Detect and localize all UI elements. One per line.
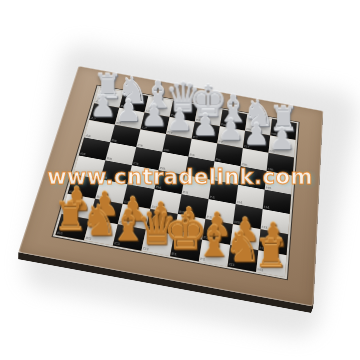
square-d6[interactable]: D6 — [162, 134, 191, 156]
piece-silver-pawn-a7[interactable]: ♟ — [89, 91, 116, 121]
square-label: G8 — [246, 128, 252, 131]
piece-silver-bishop-f8[interactable]: ♝ — [216, 89, 250, 127]
piece-silver-queen-d8[interactable]: ♛ — [164, 77, 200, 118]
square-label: A7 — [90, 117, 96, 120]
square-c6[interactable]: C6 — [136, 129, 166, 151]
square-label: F7 — [218, 140, 223, 143]
square-h7[interactable]: H7♟ — [268, 135, 295, 157]
square-label: E8 — [196, 119, 201, 122]
square-d4[interactable]: D4 — [154, 170, 185, 194]
square-c5[interactable]: C5 — [132, 147, 162, 170]
piece-gold-rook-h1[interactable]: ♜ — [253, 234, 288, 273]
square-f6[interactable]: F6 — [214, 143, 242, 166]
board-frame: A8♜B8♞C8♝D8♛E8♚F8♝G8♞H8♜A7♟B7♟C7♟D7♟E7♟F… — [18, 66, 323, 306]
piece-silver-pawn-d7[interactable]: ♟ — [166, 105, 193, 135]
square-label: D8 — [171, 114, 177, 117]
board-grid: A8♜B8♞C8♝D8♛E8♚F8♝G8♞H8♜A7♟B7♟C7♟D7♟E7♟F… — [53, 85, 299, 279]
square-label: B7 — [116, 122, 122, 125]
square-g5[interactable]: G5 — [238, 166, 266, 189]
piece-silver-pawn-f7[interactable]: ♟ — [217, 115, 244, 145]
square-g7[interactable]: G7♟ — [243, 131, 270, 153]
square-b8[interactable]: B8♞ — [119, 91, 148, 112]
square-b5[interactable]: B5 — [105, 142, 136, 165]
square-label: G7 — [244, 145, 250, 149]
square-g6[interactable]: G6 — [241, 148, 269, 171]
piece-silver-rook-a8[interactable]: ♜ — [92, 70, 123, 104]
square-label: B8 — [120, 105, 126, 108]
square-a6[interactable]: A6 — [84, 120, 115, 142]
chess-board: A8♜B8♞C8♝D8♛E8♚F8♝G8♞H8♜A7♟B7♟C7♟D7♟E7♟F… — [18, 66, 323, 306]
square-label: D7 — [167, 131, 173, 135]
square-f8[interactable]: F8♝ — [220, 110, 247, 131]
square-c8[interactable]: C8♝ — [144, 96, 173, 117]
square-label: C6 — [137, 144, 143, 148]
square-h6[interactable]: H6 — [267, 153, 294, 176]
square-e6[interactable]: E6 — [188, 139, 217, 162]
square-f7[interactable]: F7♟ — [217, 126, 245, 148]
square-label: E7 — [193, 136, 198, 139]
square-label: D6 — [163, 149, 169, 153]
square-e8[interactable]: E8♚ — [195, 105, 223, 126]
square-g4[interactable]: G4 — [236, 185, 265, 209]
square-a7[interactable]: A7♟ — [89, 103, 119, 125]
square-label: E5 — [186, 172, 191, 176]
square-h4[interactable]: H4 — [263, 190, 292, 214]
piece-silver-pawn-c7[interactable]: ♟ — [140, 101, 167, 131]
square-label: G5 — [239, 181, 245, 185]
product-photo-scene: A8♜B8♞C8♝D8♛E8♚F8♝G8♞H8♜A7♟B7♟C7♟D7♟E7♟F… — [0, 0, 360, 360]
square-b6[interactable]: B6 — [110, 125, 140, 147]
square-d8[interactable]: D8♛ — [170, 101, 198, 122]
square-label: G4 — [237, 201, 243, 205]
square-label: G6 — [242, 163, 248, 167]
square-e7[interactable]: E7♟ — [192, 122, 220, 144]
square-e5[interactable]: E5 — [185, 157, 214, 180]
piece-silver-pawn-h7[interactable]: ♟ — [268, 124, 295, 154]
square-label: A8 — [95, 100, 101, 103]
piece-silver-rook-h8[interactable]: ♜ — [268, 102, 299, 136]
square-label: D5 — [160, 167, 166, 171]
square-h1[interactable]: H1♜ — [256, 250, 286, 277]
square-label: H5 — [266, 186, 272, 190]
square-label: H8 — [271, 132, 276, 135]
square-b7[interactable]: B7♟ — [115, 108, 145, 130]
square-label: C4 — [129, 181, 135, 185]
piece-silver-bishop-c8[interactable]: ♝ — [140, 76, 174, 114]
piece-silver-knight-b8[interactable]: ♞ — [116, 72, 149, 109]
square-label: C7 — [142, 126, 148, 129]
square-label: H7 — [269, 150, 275, 154]
piece-silver-pawn-g7[interactable]: ♟ — [242, 119, 269, 149]
square-h5[interactable]: H5 — [265, 171, 293, 195]
square-label: F6 — [216, 158, 221, 162]
square-label: A5 — [80, 152, 86, 156]
piece-silver-knight-g8[interactable]: ♞ — [241, 95, 274, 132]
square-h8[interactable]: H8♜ — [270, 119, 296, 140]
square-c7[interactable]: C7♟ — [140, 112, 169, 134]
square-f4[interactable]: F4 — [209, 180, 239, 204]
square-label: C8 — [146, 109, 152, 112]
square-label: F5 — [213, 177, 218, 181]
square-label: F8 — [221, 123, 226, 126]
square-a8[interactable]: A8♜ — [94, 87, 123, 108]
square-f5[interactable]: F5 — [212, 161, 241, 184]
square-d7[interactable]: D7♟ — [166, 117, 195, 139]
square-label: A6 — [85, 134, 91, 138]
board-tilt-wrapper: A8♜B8♞C8♝D8♛E8♚F8♝G8♞H8♜A7♟B7♟C7♟D7♟E7♟F… — [27, 17, 344, 334]
square-label: E6 — [189, 153, 194, 157]
piece-silver-king-e8[interactable]: ♚ — [188, 79, 227, 123]
square-label: C5 — [133, 162, 139, 166]
square-label: B5 — [106, 157, 112, 161]
piece-silver-pawn-e7[interactable]: ♟ — [191, 110, 218, 140]
square-g8[interactable]: G8♞ — [245, 114, 272, 135]
square-label: H6 — [268, 168, 274, 172]
piece-silver-pawn-b7[interactable]: ♟ — [115, 96, 142, 126]
square-label: B6 — [111, 139, 117, 143]
